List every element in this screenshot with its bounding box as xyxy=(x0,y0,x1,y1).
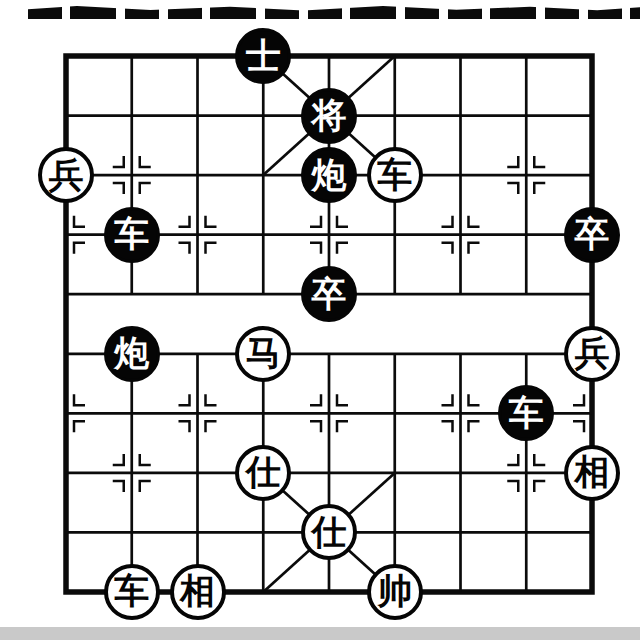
piece-label: 车 xyxy=(509,396,544,431)
piece-black-chariot[interactable]: 车 xyxy=(104,207,160,263)
piece-black-general[interactable]: 将 xyxy=(301,88,357,144)
piece-black-pawn[interactable]: 卒 xyxy=(301,266,357,322)
piece-label: 兵 xyxy=(49,158,84,193)
page-edge-bar xyxy=(0,627,640,640)
piece-black-cannon[interactable]: 炮 xyxy=(301,147,357,203)
piece-label: 帅 xyxy=(377,574,412,609)
piece-label: 车 xyxy=(114,217,149,252)
piece-black-cannon[interactable]: 炮 xyxy=(104,326,160,382)
piece-red-pawn[interactable]: 兵 xyxy=(38,147,94,203)
piece-red-chariot[interactable]: 车 xyxy=(104,564,160,620)
piece-red-elephant[interactable]: 相 xyxy=(170,564,226,620)
piece-label: 卒 xyxy=(575,217,610,252)
piece-red-advisor[interactable]: 仕 xyxy=(235,445,291,501)
piece-label: 相 xyxy=(575,455,610,490)
piece-label: 车 xyxy=(114,574,149,609)
piece-black-pawn[interactable]: 卒 xyxy=(564,207,620,263)
piece-label: 卒 xyxy=(312,277,347,312)
xiangqi-board: 士将兵炮车车卒卒炮马兵车仕相仕车相帅 xyxy=(0,0,640,640)
piece-label: 炮 xyxy=(312,158,347,193)
piece-label: 士 xyxy=(246,39,281,74)
piece-label: 炮 xyxy=(114,336,149,371)
piece-red-pawn[interactable]: 兵 xyxy=(564,326,620,382)
piece-label: 兵 xyxy=(575,336,610,371)
piece-red-chariot[interactable]: 车 xyxy=(367,147,423,203)
piece-label: 马 xyxy=(246,336,281,371)
piece-label: 仕 xyxy=(246,455,281,490)
piece-label: 将 xyxy=(312,98,347,133)
piece-label: 车 xyxy=(377,158,412,193)
piece-red-king[interactable]: 帅 xyxy=(367,564,423,620)
scanned-page: 士将兵炮车车卒卒炮马兵车仕相仕车相帅 xyxy=(0,0,640,640)
piece-label: 仕 xyxy=(312,515,347,550)
piece-label: 相 xyxy=(180,574,215,609)
piece-red-horse[interactable]: 马 xyxy=(235,326,291,382)
piece-black-advisor[interactable]: 士 xyxy=(235,28,291,84)
piece-red-elephant[interactable]: 相 xyxy=(564,445,620,501)
